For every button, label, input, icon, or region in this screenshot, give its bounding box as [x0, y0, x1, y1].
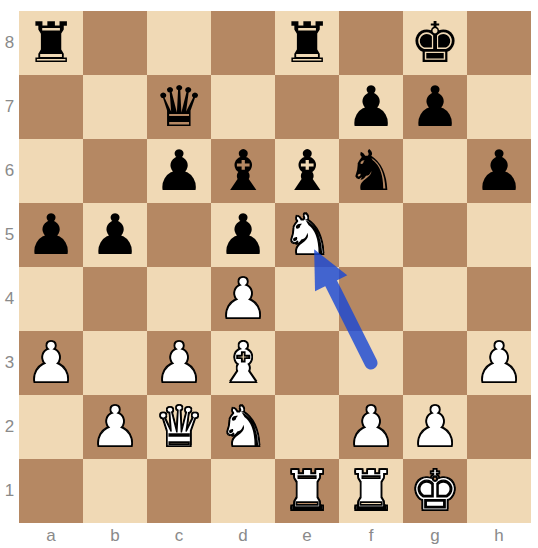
square-f2[interactable]: ♟	[339, 395, 403, 459]
black-bishop[interactable]: ♝	[275, 139, 339, 203]
square-a3[interactable]: ♟	[19, 331, 83, 395]
white-pawn[interactable]: ♟	[83, 395, 147, 459]
square-c8[interactable]	[147, 11, 211, 75]
square-b7[interactable]	[83, 75, 147, 139]
chess-board-page: 87654321 ♜♜♚♛♟♟♟♝♝♞♟♟♟♟♞♟♟♟♝♟♟♛♞♟♟♜♜♚ ab…	[0, 0, 538, 548]
square-f1[interactable]: ♜	[339, 459, 403, 523]
square-e6[interactable]: ♝	[275, 139, 339, 203]
square-a5[interactable]: ♟	[19, 203, 83, 267]
white-knight[interactable]: ♞	[275, 203, 339, 267]
square-f7[interactable]: ♟	[339, 75, 403, 139]
square-h1[interactable]	[467, 459, 531, 523]
square-h2[interactable]	[467, 395, 531, 459]
file-label-c: c	[147, 523, 211, 548]
square-g5[interactable]	[403, 203, 467, 267]
square-b8[interactable]	[83, 11, 147, 75]
black-knight[interactable]: ♞	[339, 139, 403, 203]
rank-labels: 87654321	[0, 11, 19, 523]
square-e3[interactable]	[275, 331, 339, 395]
black-pawn[interactable]: ♟	[403, 75, 467, 139]
black-rook[interactable]: ♜	[19, 11, 83, 75]
square-d7[interactable]	[211, 75, 275, 139]
square-g7[interactable]: ♟	[403, 75, 467, 139]
square-g3[interactable]	[403, 331, 467, 395]
white-queen[interactable]: ♛	[147, 395, 211, 459]
square-f5[interactable]	[339, 203, 403, 267]
white-king[interactable]: ♚	[403, 459, 467, 523]
square-g8[interactable]: ♚	[403, 11, 467, 75]
white-bishop[interactable]: ♝	[211, 331, 275, 395]
white-pawn[interactable]: ♟	[339, 395, 403, 459]
square-d2[interactable]: ♞	[211, 395, 275, 459]
white-rook[interactable]: ♜	[339, 459, 403, 523]
square-f4[interactable]	[339, 267, 403, 331]
square-e2[interactable]	[275, 395, 339, 459]
rank-label-7: 7	[0, 75, 19, 139]
square-b5[interactable]: ♟	[83, 203, 147, 267]
square-a4[interactable]	[19, 267, 83, 331]
black-pawn[interactable]: ♟	[147, 139, 211, 203]
square-e4[interactable]	[275, 267, 339, 331]
square-e1[interactable]: ♜	[275, 459, 339, 523]
square-a7[interactable]	[19, 75, 83, 139]
black-king[interactable]: ♚	[403, 11, 467, 75]
square-e5[interactable]: ♞	[275, 203, 339, 267]
square-f8[interactable]	[339, 11, 403, 75]
square-h8[interactable]	[467, 11, 531, 75]
square-d4[interactable]: ♟	[211, 267, 275, 331]
square-g2[interactable]: ♟	[403, 395, 467, 459]
square-c7[interactable]: ♛	[147, 75, 211, 139]
white-rook[interactable]: ♜	[275, 459, 339, 523]
square-c1[interactable]	[147, 459, 211, 523]
square-h4[interactable]	[467, 267, 531, 331]
square-h6[interactable]: ♟	[467, 139, 531, 203]
white-knight[interactable]: ♞	[211, 395, 275, 459]
square-c4[interactable]	[147, 267, 211, 331]
rank-label-4: 4	[0, 267, 19, 331]
square-b3[interactable]	[83, 331, 147, 395]
white-pawn[interactable]: ♟	[403, 395, 467, 459]
file-label-b: b	[83, 523, 147, 548]
square-d6[interactable]: ♝	[211, 139, 275, 203]
square-c6[interactable]: ♟	[147, 139, 211, 203]
square-c5[interactable]	[147, 203, 211, 267]
white-pawn[interactable]: ♟	[467, 331, 531, 395]
square-b1[interactable]	[83, 459, 147, 523]
square-h3[interactable]: ♟	[467, 331, 531, 395]
chess-board: ♜♜♚♛♟♟♟♝♝♞♟♟♟♟♞♟♟♟♝♟♟♛♞♟♟♜♜♚	[19, 11, 531, 523]
square-g4[interactable]	[403, 267, 467, 331]
square-f3[interactable]	[339, 331, 403, 395]
white-pawn[interactable]: ♟	[19, 331, 83, 395]
black-bishop[interactable]: ♝	[211, 139, 275, 203]
file-label-a: a	[19, 523, 83, 548]
black-pawn[interactable]: ♟	[83, 203, 147, 267]
square-a2[interactable]	[19, 395, 83, 459]
square-b2[interactable]: ♟	[83, 395, 147, 459]
square-d1[interactable]	[211, 459, 275, 523]
rank-label-5: 5	[0, 203, 19, 267]
rank-label-8: 8	[0, 11, 19, 75]
square-h7[interactable]	[467, 75, 531, 139]
square-g6[interactable]	[403, 139, 467, 203]
file-label-h: h	[467, 523, 531, 548]
square-e8[interactable]: ♜	[275, 11, 339, 75]
square-c3[interactable]: ♟	[147, 331, 211, 395]
square-a1[interactable]	[19, 459, 83, 523]
white-pawn[interactable]: ♟	[211, 267, 275, 331]
square-d3[interactable]: ♝	[211, 331, 275, 395]
file-label-f: f	[339, 523, 403, 548]
rank-label-3: 3	[0, 331, 19, 395]
file-label-g: g	[403, 523, 467, 548]
file-label-e: e	[275, 523, 339, 548]
square-g1[interactable]: ♚	[403, 459, 467, 523]
square-a8[interactable]: ♜	[19, 11, 83, 75]
square-d5[interactable]: ♟	[211, 203, 275, 267]
rank-label-2: 2	[0, 395, 19, 459]
black-queen[interactable]: ♛	[147, 75, 211, 139]
rank-label-1: 1	[0, 459, 19, 523]
black-pawn[interactable]: ♟	[211, 203, 275, 267]
square-d8[interactable]	[211, 11, 275, 75]
square-e7[interactable]	[275, 75, 339, 139]
black-pawn[interactable]: ♟	[467, 139, 531, 203]
black-pawn[interactable]: ♟	[339, 75, 403, 139]
square-h5[interactable]	[467, 203, 531, 267]
square-b6[interactable]	[83, 139, 147, 203]
white-pawn[interactable]: ♟	[147, 331, 211, 395]
file-labels: abcdefgh	[19, 523, 531, 548]
square-b4[interactable]	[83, 267, 147, 331]
square-a6[interactable]	[19, 139, 83, 203]
black-pawn[interactable]: ♟	[19, 203, 83, 267]
black-rook[interactable]: ♜	[275, 11, 339, 75]
rank-label-6: 6	[0, 139, 19, 203]
file-label-d: d	[211, 523, 275, 548]
square-f6[interactable]: ♞	[339, 139, 403, 203]
square-c2[interactable]: ♛	[147, 395, 211, 459]
